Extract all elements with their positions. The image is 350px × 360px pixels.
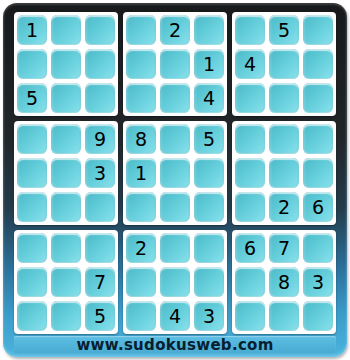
- cell-r9c1[interactable]: [17, 301, 47, 331]
- cell-r2c2[interactable]: [51, 49, 81, 79]
- cell-r2c6[interactable]: 1: [194, 49, 224, 79]
- cell-r3c2[interactable]: [51, 83, 81, 113]
- cell-r3c9[interactable]: [303, 83, 333, 113]
- cell-r5c9[interactable]: [303, 158, 333, 188]
- box-4: 93: [14, 121, 118, 225]
- sudoku-grid: 15214549385126752436783: [14, 12, 336, 334]
- box-1: 15: [14, 12, 118, 116]
- cell-r8c8[interactable]: 8: [269, 267, 299, 297]
- cell-r3c1[interactable]: 5: [17, 83, 47, 113]
- cell-r1c8[interactable]: 5: [269, 15, 299, 45]
- cell-r7c1[interactable]: [17, 233, 47, 263]
- box-3: 54: [232, 12, 336, 116]
- cell-r9c2[interactable]: [51, 301, 81, 331]
- cell-r4c5[interactable]: [160, 124, 190, 154]
- cell-r5c8[interactable]: [269, 158, 299, 188]
- cell-r4c1[interactable]: [17, 124, 47, 154]
- box-9: 6783: [232, 230, 336, 334]
- cell-r4c9[interactable]: [303, 124, 333, 154]
- cell-r9c7[interactable]: [235, 301, 265, 331]
- site-url[interactable]: www.sudokusweb.com: [76, 336, 273, 354]
- cell-r5c6[interactable]: [194, 158, 224, 188]
- cell-r8c5[interactable]: [160, 267, 190, 297]
- cell-r9c8[interactable]: [269, 301, 299, 331]
- cell-r1c9[interactable]: [303, 15, 333, 45]
- cell-r2c1[interactable]: [17, 49, 47, 79]
- cell-r9c9[interactable]: [303, 301, 333, 331]
- cell-r8c1[interactable]: [17, 267, 47, 297]
- cell-r3c8[interactable]: [269, 83, 299, 113]
- cell-r7c5[interactable]: [160, 233, 190, 263]
- cell-r6c4[interactable]: [126, 192, 156, 222]
- cell-r1c1[interactable]: 1: [17, 15, 47, 45]
- cell-r3c3[interactable]: [85, 83, 115, 113]
- cell-r9c3[interactable]: 5: [85, 301, 115, 331]
- cell-r6c9[interactable]: 6: [303, 192, 333, 222]
- cell-r5c3[interactable]: 3: [85, 158, 115, 188]
- cell-r7c7[interactable]: 6: [235, 233, 265, 263]
- cell-r1c7[interactable]: [235, 15, 265, 45]
- cell-r8c4[interactable]: [126, 267, 156, 297]
- sudoku-board: 15214549385126752436783 www.sudokusweb.c…: [3, 3, 347, 357]
- cell-r4c8[interactable]: [269, 124, 299, 154]
- page: 15214549385126752436783 www.sudokusweb.c…: [0, 0, 350, 360]
- cell-r6c6[interactable]: [194, 192, 224, 222]
- cell-r1c6[interactable]: [194, 15, 224, 45]
- cell-r7c2[interactable]: [51, 233, 81, 263]
- cell-r4c2[interactable]: [51, 124, 81, 154]
- cell-r6c2[interactable]: [51, 192, 81, 222]
- cell-r4c7[interactable]: [235, 124, 265, 154]
- cell-r1c3[interactable]: [85, 15, 115, 45]
- cell-r3c7[interactable]: [235, 83, 265, 113]
- cell-r8c3[interactable]: 7: [85, 267, 115, 297]
- cell-r9c6[interactable]: 3: [194, 301, 224, 331]
- cell-r6c1[interactable]: [17, 192, 47, 222]
- cell-r5c1[interactable]: [17, 158, 47, 188]
- cell-r7c3[interactable]: [85, 233, 115, 263]
- cell-r7c9[interactable]: [303, 233, 333, 263]
- footer-band: www.sudokusweb.com: [14, 336, 336, 353]
- cell-r1c5[interactable]: 2: [160, 15, 190, 45]
- cell-r4c6[interactable]: 5: [194, 124, 224, 154]
- cell-r2c8[interactable]: [269, 49, 299, 79]
- cell-r8c2[interactable]: [51, 267, 81, 297]
- cell-r7c8[interactable]: 7: [269, 233, 299, 263]
- cell-r3c6[interactable]: 4: [194, 83, 224, 113]
- cell-r3c5[interactable]: [160, 83, 190, 113]
- cell-r4c3[interactable]: 9: [85, 124, 115, 154]
- cell-r5c5[interactable]: [160, 158, 190, 188]
- cell-r2c4[interactable]: [126, 49, 156, 79]
- cell-r2c3[interactable]: [85, 49, 115, 79]
- box-8: 243: [123, 230, 227, 334]
- cell-r1c4[interactable]: [126, 15, 156, 45]
- cell-r1c2[interactable]: [51, 15, 81, 45]
- cell-r2c7[interactable]: 4: [235, 49, 265, 79]
- cell-r7c4[interactable]: 2: [126, 233, 156, 263]
- cell-r4c4[interactable]: 8: [126, 124, 156, 154]
- cell-r5c2[interactable]: [51, 158, 81, 188]
- cell-r5c7[interactable]: [235, 158, 265, 188]
- cell-r9c5[interactable]: 4: [160, 301, 190, 331]
- cell-r6c3[interactable]: [85, 192, 115, 222]
- cell-r2c9[interactable]: [303, 49, 333, 79]
- box-6: 26: [232, 121, 336, 225]
- cell-r6c5[interactable]: [160, 192, 190, 222]
- cell-r5c4[interactable]: 1: [126, 158, 156, 188]
- cell-r8c6[interactable]: [194, 267, 224, 297]
- cell-r3c4[interactable]: [126, 83, 156, 113]
- cell-r6c7[interactable]: [235, 192, 265, 222]
- cell-r9c4[interactable]: [126, 301, 156, 331]
- cell-r2c5[interactable]: [160, 49, 190, 79]
- cell-r6c8[interactable]: 2: [269, 192, 299, 222]
- cell-r8c9[interactable]: 3: [303, 267, 333, 297]
- box-5: 851: [123, 121, 227, 225]
- box-7: 75: [14, 230, 118, 334]
- cell-r8c7[interactable]: [235, 267, 265, 297]
- box-2: 214: [123, 12, 227, 116]
- cell-r7c6[interactable]: [194, 233, 224, 263]
